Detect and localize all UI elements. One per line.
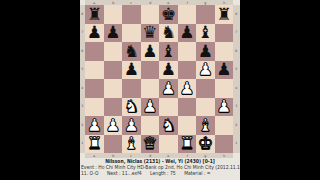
black-pawn-piece: ♟ (161, 61, 176, 78)
square-h8[interactable]: ♜ (215, 5, 234, 24)
square-d5[interactable] (141, 61, 160, 80)
players-line: Nilsson, Niclas (2131) - Wei, Yi (2430) … (80, 159, 240, 164)
white-rook-piece: ♜ (179, 135, 194, 152)
square-a2[interactable]: ♟ (85, 116, 104, 135)
square-d4[interactable] (141, 79, 160, 98)
white-rook-piece: ♜ (87, 135, 102, 152)
white-pawn-piece: ♟ (198, 61, 213, 78)
square-d2[interactable] (141, 116, 160, 135)
square-g3[interactable] (196, 98, 215, 117)
square-c2[interactable]: ♟ (122, 116, 141, 135)
rank-label-5: 5 (233, 61, 240, 80)
square-a5[interactable] (85, 61, 104, 80)
white-bishop-piece: ♝ (124, 135, 139, 152)
black-pawn-piece: ♟ (198, 43, 213, 60)
rank-label-4: 4 (233, 79, 240, 98)
black-pawn-piece: ♟ (87, 24, 102, 41)
square-c3[interactable]: ♞ (122, 98, 141, 117)
square-a4[interactable] (85, 79, 104, 98)
material-balance-text: Material : = (184, 171, 210, 176)
next-move-text: Next : 11...exf4 (107, 171, 142, 176)
chess-diagram: abcdefgh 87654321 87654321 abcdefgh ♜♚♜♟… (80, 0, 240, 180)
white-knight-piece: ♞ (161, 117, 176, 134)
square-e4[interactable]: ♟ (159, 79, 178, 98)
video-frame: abcdefgh 87654321 87654321 abcdefgh ♜♚♜♟… (0, 0, 320, 180)
square-a8[interactable]: ♜ (85, 5, 104, 24)
white-pawn-piece: ♟ (124, 117, 139, 134)
white-pawn-piece: ♟ (105, 117, 120, 134)
white-pawn-piece: ♟ (179, 80, 194, 97)
white-king-piece: ♚ (198, 135, 213, 152)
square-f2[interactable] (178, 116, 197, 135)
square-a1[interactable]: ♜ (85, 135, 104, 154)
square-a6[interactable] (85, 42, 104, 61)
square-b4[interactable] (104, 79, 123, 98)
square-f3[interactable] (178, 98, 197, 117)
black-pawn-piece: ♟ (142, 43, 157, 60)
black-pawn-piece: ♟ (105, 24, 120, 41)
square-h4[interactable] (215, 79, 234, 98)
square-b3[interactable] (104, 98, 123, 117)
letterbox-right (240, 0, 320, 180)
square-f5[interactable] (178, 61, 197, 80)
square-g4[interactable] (196, 79, 215, 98)
game-info-panel: Nilsson, Niclas (2131) - Wei, Yi (2430) … (80, 158, 240, 180)
square-d3[interactable]: ♟ (141, 98, 160, 117)
square-a7[interactable]: ♟ (85, 24, 104, 43)
black-pawn-piece: ♟ (179, 24, 194, 41)
square-g1[interactable]: ♚ (196, 135, 215, 154)
black-pawn-piece: ♟ (216, 61, 231, 78)
black-king-piece: ♚ (161, 6, 176, 23)
square-h1[interactable] (215, 135, 234, 154)
square-c4[interactable] (122, 79, 141, 98)
white-pawn-piece: ♟ (161, 80, 176, 97)
square-b1[interactable] (104, 135, 123, 154)
square-d1[interactable]: ♛ (141, 135, 160, 154)
square-g7[interactable]: ♝ (196, 24, 215, 43)
black-bishop-piece: ♝ (161, 43, 176, 60)
square-f7[interactable]: ♟ (178, 24, 197, 43)
black-knight-piece: ♞ (161, 24, 176, 41)
black-pawn-piece: ♟ (124, 61, 139, 78)
square-e8[interactable]: ♚ (159, 5, 178, 24)
rank-label-7: 7 (233, 24, 240, 43)
square-h7[interactable] (215, 24, 234, 43)
square-g6[interactable]: ♟ (196, 42, 215, 61)
white-bishop-piece: ♝ (198, 117, 213, 134)
square-d8[interactable] (141, 5, 160, 24)
move-status-line: 11. O-O Next : 11...exf4 Length : 75 Mat… (80, 171, 240, 176)
square-c7[interactable] (122, 24, 141, 43)
black-rook-piece: ♜ (87, 6, 102, 23)
black-queen-piece: ♛ (142, 24, 157, 41)
last-move-text: 11. O-O (81, 171, 99, 176)
square-c6[interactable]: ♞ (122, 42, 141, 61)
rank-label-1: 1 (233, 135, 240, 154)
square-b7[interactable]: ♟ (104, 24, 123, 43)
square-e6[interactable]: ♝ (159, 42, 178, 61)
rank-label-3: 3 (233, 98, 240, 117)
game-length-text: Length : 75 (150, 171, 176, 176)
square-e7[interactable]: ♞ (159, 24, 178, 43)
square-h2[interactable] (215, 116, 234, 135)
square-e1[interactable] (159, 135, 178, 154)
square-c5[interactable]: ♟ (122, 61, 141, 80)
square-g2[interactable]: ♝ (196, 116, 215, 135)
square-f4[interactable]: ♟ (178, 79, 197, 98)
chess-board: ♜♚♜♟♟♛♞♟♝♞♟♝♟♟♟♟♟♟♟♞♟♟♟♟♟♞♝♜♝♛♜♚ (85, 5, 233, 153)
square-b6[interactable] (104, 42, 123, 61)
square-f6[interactable] (178, 42, 197, 61)
black-rook-piece: ♜ (216, 6, 231, 23)
square-f8[interactable] (178, 5, 197, 24)
square-f1[interactable]: ♜ (178, 135, 197, 154)
white-pawn-piece: ♟ (142, 98, 157, 115)
square-g8[interactable] (196, 5, 215, 24)
square-b5[interactable] (104, 61, 123, 80)
white-knight-piece: ♞ (124, 98, 139, 115)
square-e5[interactable]: ♟ (159, 61, 178, 80)
square-b2[interactable]: ♟ (104, 116, 123, 135)
square-e2[interactable]: ♞ (159, 116, 178, 135)
square-a3[interactable] (85, 98, 104, 117)
white-pawn-piece: ♟ (216, 98, 231, 115)
rank-labels-right: 87654321 (233, 5, 240, 153)
event-line: Event : Ho Chi Minh City HD-Bank op 2nd,… (80, 165, 240, 170)
square-h3[interactable]: ♟ (215, 98, 234, 117)
white-pawn-piece: ♟ (87, 117, 102, 134)
black-bishop-piece: ♝ (198, 24, 213, 41)
square-d7[interactable]: ♛ (141, 24, 160, 43)
square-c1[interactable]: ♝ (122, 135, 141, 154)
square-c8[interactable] (122, 5, 141, 24)
square-b8[interactable] (104, 5, 123, 24)
square-h6[interactable] (215, 42, 234, 61)
square-g5[interactable]: ♟ (196, 61, 215, 80)
square-d6[interactable]: ♟ (141, 42, 160, 61)
white-queen-piece: ♛ (142, 135, 157, 152)
letterbox-left (0, 0, 80, 180)
rank-label-8: 8 (233, 5, 240, 24)
rank-label-6: 6 (233, 42, 240, 61)
square-h5[interactable]: ♟ (215, 61, 234, 80)
black-knight-piece: ♞ (124, 43, 139, 60)
square-e3[interactable] (159, 98, 178, 117)
rank-label-2: 2 (233, 116, 240, 135)
